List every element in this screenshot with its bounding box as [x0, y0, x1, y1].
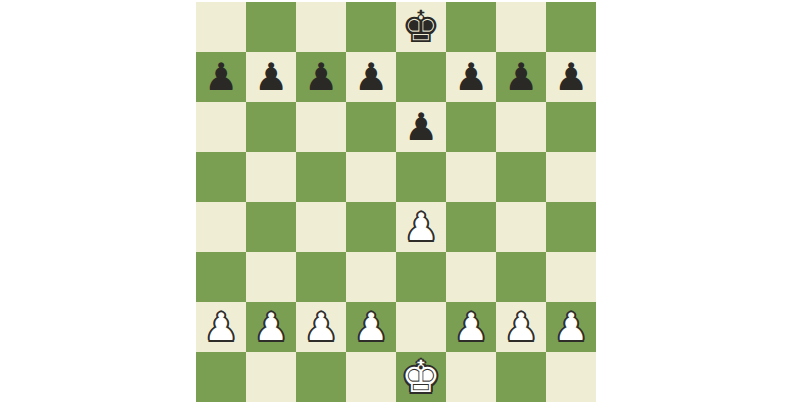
black-pawn-a7[interactable]: ♟ [204, 52, 238, 102]
square-e3[interactable] [396, 252, 446, 302]
square-f3[interactable] [446, 252, 496, 302]
square-d8[interactable] [346, 2, 396, 52]
square-d2[interactable]: ♟ [346, 302, 396, 352]
square-a8[interactable] [196, 2, 246, 52]
square-b7[interactable]: ♟ [246, 52, 296, 102]
square-d7[interactable]: ♟ [346, 52, 396, 102]
square-f6[interactable] [446, 102, 496, 152]
square-g1[interactable] [496, 352, 546, 402]
square-e2[interactable] [396, 302, 446, 352]
square-h1[interactable] [546, 352, 596, 402]
white-pawn-b2[interactable]: ♟ [254, 302, 288, 352]
square-g2[interactable]: ♟ [496, 302, 546, 352]
square-b5[interactable] [246, 152, 296, 202]
square-h6[interactable] [546, 102, 596, 152]
white-pawn-c2[interactable]: ♟ [304, 302, 338, 352]
square-a6[interactable] [196, 102, 246, 152]
square-c1[interactable] [296, 352, 346, 402]
square-f2[interactable]: ♟ [446, 302, 496, 352]
square-f7[interactable]: ♟ [446, 52, 496, 102]
black-pawn-g7[interactable]: ♟ [504, 52, 538, 102]
white-pawn-f2[interactable]: ♟ [454, 302, 488, 352]
black-pawn-e6[interactable]: ♟ [404, 102, 438, 152]
square-a4[interactable] [196, 202, 246, 252]
square-h5[interactable] [546, 152, 596, 202]
square-b1[interactable] [246, 352, 296, 402]
square-e1[interactable]: ♚ [396, 352, 446, 402]
square-a7[interactable]: ♟ [196, 52, 246, 102]
white-pawn-d2[interactable]: ♟ [354, 302, 388, 352]
square-g3[interactable] [496, 252, 546, 302]
black-king-e8[interactable]: ♚ [401, 2, 440, 52]
square-c3[interactable] [296, 252, 346, 302]
page: ♚♟♟♟♟♟♟♟♟♟♟♟♟♟♟♟♟♚ [0, 0, 800, 404]
square-a1[interactable] [196, 352, 246, 402]
black-pawn-d7[interactable]: ♟ [354, 52, 388, 102]
square-g8[interactable] [496, 2, 546, 52]
white-king-e1[interactable]: ♚ [401, 352, 440, 402]
black-pawn-h7[interactable]: ♟ [554, 52, 588, 102]
square-e4[interactable]: ♟ [396, 202, 446, 252]
square-f5[interactable] [446, 152, 496, 202]
square-g4[interactable] [496, 202, 546, 252]
square-f1[interactable] [446, 352, 496, 402]
black-pawn-c7[interactable]: ♟ [304, 52, 338, 102]
white-pawn-e4[interactable]: ♟ [404, 202, 438, 252]
square-a5[interactable] [196, 152, 246, 202]
square-d5[interactable] [346, 152, 396, 202]
square-c8[interactable] [296, 2, 346, 52]
square-h2[interactable]: ♟ [546, 302, 596, 352]
square-g6[interactable] [496, 102, 546, 152]
square-f4[interactable] [446, 202, 496, 252]
square-d6[interactable] [346, 102, 396, 152]
square-h7[interactable]: ♟ [546, 52, 596, 102]
square-c5[interactable] [296, 152, 346, 202]
square-e8[interactable]: ♚ [396, 2, 446, 52]
square-b8[interactable] [246, 2, 296, 52]
square-a2[interactable]: ♟ [196, 302, 246, 352]
square-h3[interactable] [546, 252, 596, 302]
square-a3[interactable] [196, 252, 246, 302]
square-c4[interactable] [296, 202, 346, 252]
square-c6[interactable] [296, 102, 346, 152]
square-e6[interactable]: ♟ [396, 102, 446, 152]
square-c7[interactable]: ♟ [296, 52, 346, 102]
white-pawn-a2[interactable]: ♟ [204, 302, 238, 352]
square-d3[interactable] [346, 252, 396, 302]
chess-board[interactable]: ♚♟♟♟♟♟♟♟♟♟♟♟♟♟♟♟♟♚ [196, 2, 596, 402]
square-b6[interactable] [246, 102, 296, 152]
square-c2[interactable]: ♟ [296, 302, 346, 352]
square-d4[interactable] [346, 202, 396, 252]
white-pawn-h2[interactable]: ♟ [554, 302, 588, 352]
square-f8[interactable] [446, 2, 496, 52]
square-h4[interactable] [546, 202, 596, 252]
square-b4[interactable] [246, 202, 296, 252]
square-e7[interactable] [396, 52, 446, 102]
square-b2[interactable]: ♟ [246, 302, 296, 352]
square-b3[interactable] [246, 252, 296, 302]
square-d1[interactable] [346, 352, 396, 402]
square-e5[interactable] [396, 152, 446, 202]
square-g5[interactable] [496, 152, 546, 202]
black-pawn-b7[interactable]: ♟ [254, 52, 288, 102]
white-pawn-g2[interactable]: ♟ [504, 302, 538, 352]
square-g7[interactable]: ♟ [496, 52, 546, 102]
square-h8[interactable] [546, 2, 596, 52]
black-pawn-f7[interactable]: ♟ [454, 52, 488, 102]
